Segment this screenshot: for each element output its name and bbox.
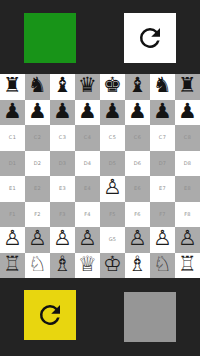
square-a2[interactable]: ♙: [0, 227, 25, 253]
black-pawn: ♟: [153, 101, 172, 122]
square-f5[interactable]: D6: [125, 151, 150, 177]
square-g3[interactable]: F7: [150, 202, 175, 228]
square-c2[interactable]: ♙: [50, 227, 75, 253]
black-pawn: ♟: [28, 101, 47, 122]
square-e3[interactable]: F5: [100, 202, 125, 228]
square-a5[interactable]: D1: [0, 151, 25, 177]
square-h5[interactable]: D8: [175, 151, 200, 177]
square-c6[interactable]: C3: [50, 125, 75, 151]
square-label: F3: [59, 212, 66, 217]
square-label: C5: [109, 135, 116, 140]
square-g2[interactable]: ♙: [150, 227, 175, 253]
white-pawn: ♙: [103, 177, 122, 198]
square-label: E6: [134, 186, 141, 191]
gray-color-swatch-button[interactable]: [124, 292, 176, 342]
white-bishop: ♗: [128, 254, 147, 275]
square-f4[interactable]: E6: [125, 176, 150, 202]
black-rook: ♜: [178, 75, 197, 96]
square-label: C1: [9, 135, 16, 140]
square-label: C2: [34, 135, 41, 140]
square-c8[interactable]: ♝: [50, 74, 75, 100]
square-b6[interactable]: C2: [25, 125, 50, 151]
square-label: D6: [134, 161, 142, 166]
square-label: F2: [34, 212, 41, 217]
square-d5[interactable]: D4: [75, 151, 100, 177]
square-g6[interactable]: C7: [150, 125, 175, 151]
square-d7[interactable]: ♟: [75, 100, 100, 126]
white-rook: ♖: [178, 254, 197, 275]
square-f2[interactable]: ♙: [125, 227, 150, 253]
black-queen: ♛: [78, 75, 97, 96]
square-e7[interactable]: ♟: [100, 100, 125, 126]
square-g4[interactable]: E7: [150, 176, 175, 202]
square-a6[interactable]: C1: [0, 125, 25, 151]
white-pawn: ♙: [78, 228, 97, 249]
square-e2[interactable]: G5: [100, 227, 125, 253]
white-bishop: ♗: [53, 254, 72, 275]
black-pawn: ♟: [178, 101, 197, 122]
square-label: D7: [159, 161, 167, 166]
square-f3[interactable]: F6: [125, 202, 150, 228]
white-rook: ♖: [3, 254, 22, 275]
square-h7[interactable]: ♟: [175, 100, 200, 126]
square-b3[interactable]: F2: [25, 202, 50, 228]
white-king: ♔: [103, 254, 122, 275]
square-b2[interactable]: ♙: [25, 227, 50, 253]
square-label: E8: [184, 186, 191, 191]
square-c3[interactable]: F3: [50, 202, 75, 228]
chess-board: ♜♞♝♛♚♝♞♜♟♟♟♟♟♟♟♟C1C2C3C4C5C6C7C8D1D2D3D4…: [0, 74, 200, 278]
square-label: F7: [159, 212, 166, 217]
square-b5[interactable]: D2: [25, 151, 50, 177]
black-pawn: ♟: [3, 101, 22, 122]
square-h4[interactable]: E8: [175, 176, 200, 202]
white-pawn: ♙: [3, 228, 22, 249]
white-knight: ♘: [28, 254, 47, 275]
white-pawn: ♙: [28, 228, 47, 249]
square-a7[interactable]: ♟: [0, 100, 25, 126]
black-pawn: ♟: [128, 101, 147, 122]
black-bishop: ♝: [53, 75, 72, 96]
green-color-swatch-button[interactable]: [24, 13, 76, 63]
square-f7[interactable]: ♟: [125, 100, 150, 126]
square-label: G5: [109, 237, 117, 242]
white-pawn: ♙: [153, 228, 172, 249]
square-h2[interactable]: ♙: [175, 227, 200, 253]
square-h6[interactable]: C8: [175, 125, 200, 151]
square-label: D4: [84, 161, 92, 166]
square-label: C8: [184, 135, 191, 140]
square-d2[interactable]: ♙: [75, 227, 100, 253]
square-b8[interactable]: ♞: [25, 74, 50, 100]
square-label: E7: [159, 186, 166, 191]
square-f1[interactable]: ♗: [125, 253, 150, 279]
square-h8[interactable]: ♜: [175, 74, 200, 100]
black-pawn: ♟: [53, 101, 72, 122]
white-knight: ♘: [153, 254, 172, 275]
square-label: C4: [84, 135, 91, 140]
square-g1[interactable]: ♘: [150, 253, 175, 279]
square-e1[interactable]: ♔: [100, 253, 125, 279]
white-queen: ♕: [78, 254, 97, 275]
square-e8[interactable]: ♚: [100, 74, 125, 100]
square-d8[interactable]: ♛: [75, 74, 100, 100]
square-label: F8: [184, 212, 191, 217]
square-label: E2: [34, 186, 41, 191]
square-e5[interactable]: D5: [100, 151, 125, 177]
square-label: D1: [9, 161, 17, 166]
rotate-clockwise-icon: [35, 300, 65, 330]
square-a1[interactable]: ♖: [0, 253, 25, 279]
square-label: C3: [59, 135, 66, 140]
square-a3[interactable]: F1: [0, 202, 25, 228]
square-a8[interactable]: ♜: [0, 74, 25, 100]
square-g7[interactable]: ♟: [150, 100, 175, 126]
square-g8[interactable]: ♞: [150, 74, 175, 100]
square-c5[interactable]: D3: [50, 151, 75, 177]
square-d1[interactable]: ♕: [75, 253, 100, 279]
square-label: F4: [84, 212, 91, 217]
square-f8[interactable]: ♝: [125, 74, 150, 100]
square-label: D5: [109, 161, 117, 166]
square-label: D8: [184, 161, 192, 166]
square-label: C7: [159, 135, 166, 140]
square-d4[interactable]: E4: [75, 176, 100, 202]
square-g5[interactable]: D7: [150, 151, 175, 177]
black-knight: ♞: [28, 75, 47, 96]
square-a4[interactable]: E1: [0, 176, 25, 202]
black-pawn: ♟: [78, 101, 97, 122]
square-label: E4: [84, 186, 91, 191]
square-label: F1: [9, 212, 16, 217]
white-pawn: ♙: [178, 228, 197, 249]
white-pawn: ♙: [128, 228, 147, 249]
square-e6[interactable]: C5: [100, 125, 125, 151]
chess-app: ♜♞♝♛♚♝♞♜♟♟♟♟♟♟♟♟C1C2C3C4C5C6C7C8D1D2D3D4…: [0, 0, 200, 356]
square-e4[interactable]: ♙: [100, 176, 125, 202]
square-c7[interactable]: ♟: [50, 100, 75, 126]
rotate-clockwise-icon: [135, 23, 165, 53]
square-h3[interactable]: F8: [175, 202, 200, 228]
square-label: C6: [134, 135, 141, 140]
square-label: E3: [59, 186, 66, 191]
square-c1[interactable]: ♗: [50, 253, 75, 279]
square-label: F5: [109, 212, 116, 217]
square-label: D3: [59, 161, 67, 166]
square-d3[interactable]: F4: [75, 202, 100, 228]
square-b1[interactable]: ♘: [25, 253, 50, 279]
black-knight: ♞: [153, 75, 172, 96]
white-pawn: ♙: [53, 228, 72, 249]
square-h1[interactable]: ♖: [175, 253, 200, 279]
square-label: F6: [134, 212, 141, 217]
black-rook: ♜: [3, 75, 22, 96]
square-f6[interactable]: C6: [125, 125, 150, 151]
square-label: E1: [9, 186, 16, 191]
square-d6[interactable]: C4: [75, 125, 100, 151]
square-c4[interactable]: E3: [50, 176, 75, 202]
black-bishop: ♝: [128, 75, 147, 96]
square-b7[interactable]: ♟: [25, 100, 50, 126]
top-rotate-button[interactable]: [124, 13, 176, 63]
black-pawn: ♟: [103, 101, 122, 122]
square-b4[interactable]: E2: [25, 176, 50, 202]
black-king: ♚: [103, 75, 122, 96]
square-label: D2: [34, 161, 42, 166]
bottom-rotate-button[interactable]: [24, 290, 76, 340]
